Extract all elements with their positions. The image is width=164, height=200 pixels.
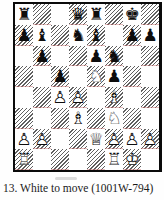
square-d8: ♛ bbox=[69, 4, 87, 25]
white-pawn: ♙ bbox=[123, 129, 141, 150]
square-f3: ♞♘ bbox=[105, 108, 123, 129]
square-d1 bbox=[69, 149, 87, 170]
white-pawn: ♙ bbox=[69, 87, 87, 108]
black-pawn: ♟ bbox=[33, 46, 51, 67]
black-pawn: ♟ bbox=[87, 46, 105, 67]
square-e1 bbox=[87, 149, 105, 170]
square-c5: ♟ bbox=[51, 66, 69, 87]
square-d2 bbox=[69, 129, 87, 150]
square-g1: ♚♔ bbox=[123, 149, 141, 170]
white-pawn: ♙ bbox=[105, 129, 123, 150]
square-g4 bbox=[123, 87, 141, 108]
white-queen: ♕ bbox=[87, 129, 105, 150]
black-knight: ♞ bbox=[105, 46, 123, 67]
square-c6 bbox=[51, 46, 69, 67]
square-g2: ♟♙ bbox=[123, 129, 141, 150]
square-e3 bbox=[87, 108, 105, 129]
square-h8 bbox=[141, 4, 159, 25]
white-rook: ♖ bbox=[105, 149, 123, 170]
square-c3 bbox=[51, 108, 69, 129]
square-f6: ♞ bbox=[105, 46, 123, 67]
square-c1 bbox=[51, 149, 69, 170]
black-queen: ♛ bbox=[69, 4, 87, 25]
square-f1: ♜♖ bbox=[105, 149, 123, 170]
square-d4: ♟♙ bbox=[69, 87, 87, 108]
square-h3 bbox=[141, 108, 159, 129]
square-a1: ♜♖ bbox=[15, 149, 33, 170]
square-a8: ♜ bbox=[15, 4, 33, 25]
square-g5 bbox=[123, 66, 141, 87]
white-bishop: ♗ bbox=[69, 108, 87, 129]
square-d7: ♞ bbox=[69, 25, 87, 46]
square-f4: ♝♗ bbox=[105, 87, 123, 108]
caption: 13. White to move (1001W-794) bbox=[1, 182, 164, 198]
white-rook: ♖ bbox=[15, 149, 33, 170]
square-b4 bbox=[33, 87, 51, 108]
square-e6: ♟ bbox=[87, 46, 105, 67]
square-h5 bbox=[141, 66, 159, 87]
square-h6 bbox=[141, 46, 159, 67]
black-pawn: ♟ bbox=[123, 25, 141, 46]
black-pawn: ♟ bbox=[105, 66, 123, 87]
white-knight: ♘ bbox=[87, 66, 105, 87]
black-rook: ♜ bbox=[15, 4, 33, 25]
square-h7: ♟ bbox=[141, 25, 159, 46]
square-g8: ♚ bbox=[123, 4, 141, 25]
black-pawn: ♟ bbox=[51, 66, 69, 87]
black-bishop: ♝ bbox=[33, 25, 51, 46]
white-pawn: ♙ bbox=[51, 87, 69, 108]
black-king: ♚ bbox=[123, 4, 141, 25]
square-f8 bbox=[105, 4, 123, 25]
square-h1 bbox=[141, 149, 159, 170]
square-e5: ♞♘ bbox=[87, 66, 105, 87]
square-e8: ♜ bbox=[87, 4, 105, 25]
scan-smudge bbox=[55, 177, 77, 180]
square-c2 bbox=[51, 129, 69, 150]
square-g7: ♟ bbox=[123, 25, 141, 46]
square-e7: ♝ bbox=[87, 25, 105, 46]
white-pawn: ♙ bbox=[15, 129, 33, 150]
chess-board: ♜♛♜♚♟♝♞♝♟♟♟♟♞♟♞♘♟♟♙♟♙♝♗♝♗♞♘♟♙♟♙♛♕♟♙♟♙♟♙♜… bbox=[13, 2, 162, 172]
black-knight: ♞ bbox=[69, 25, 87, 46]
square-a4 bbox=[15, 87, 33, 108]
square-c4: ♟♙ bbox=[51, 87, 69, 108]
square-b7: ♝ bbox=[33, 25, 51, 46]
square-g6 bbox=[123, 46, 141, 67]
square-h2: ♟♙ bbox=[141, 129, 159, 150]
square-d5 bbox=[69, 66, 87, 87]
black-pawn: ♟ bbox=[15, 25, 33, 46]
square-a5 bbox=[15, 66, 33, 87]
square-f2: ♟♙ bbox=[105, 129, 123, 150]
square-a6 bbox=[15, 46, 33, 67]
white-bishop: ♗ bbox=[105, 87, 123, 108]
black-bishop: ♝ bbox=[87, 25, 105, 46]
square-e2: ♛♕ bbox=[87, 129, 105, 150]
square-b5 bbox=[33, 66, 51, 87]
black-rook: ♜ bbox=[87, 4, 105, 25]
square-e4 bbox=[87, 87, 105, 108]
square-g3 bbox=[123, 108, 141, 129]
square-h4 bbox=[141, 87, 159, 108]
square-f5: ♟ bbox=[105, 66, 123, 87]
square-f7 bbox=[105, 25, 123, 46]
square-d6 bbox=[69, 46, 87, 67]
page: ♜♛♜♚♟♝♞♝♟♟♟♟♞♟♞♘♟♟♙♟♙♝♗♝♗♞♘♟♙♟♙♛♕♟♙♟♙♟♙♜… bbox=[0, 0, 164, 200]
square-a2: ♟♙ bbox=[15, 129, 33, 150]
square-b6: ♟ bbox=[33, 46, 51, 67]
square-b8 bbox=[33, 4, 51, 25]
square-c7 bbox=[51, 25, 69, 46]
square-c8 bbox=[51, 4, 69, 25]
square-b1 bbox=[33, 149, 51, 170]
square-a7: ♟ bbox=[15, 25, 33, 46]
black-pawn: ♟ bbox=[141, 25, 159, 46]
square-a3 bbox=[15, 108, 33, 129]
square-d3: ♝♗ bbox=[69, 108, 87, 129]
white-knight: ♘ bbox=[105, 108, 123, 129]
white-king: ♔ bbox=[123, 149, 141, 170]
square-b3 bbox=[33, 108, 51, 129]
white-pawn: ♙ bbox=[33, 129, 51, 150]
white-pawn: ♙ bbox=[141, 129, 159, 150]
square-b2: ♟♙ bbox=[33, 129, 51, 150]
